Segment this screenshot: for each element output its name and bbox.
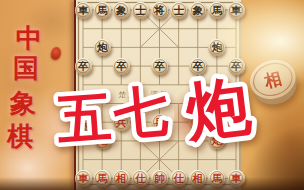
piece-char: 車 [75, 2, 92, 19]
piece-red-advisor[interactable]: 仕 [132, 170, 149, 187]
piece-black-cannon[interactable]: 炮 [208, 39, 225, 56]
banner-char-xiang: 象 [10, 86, 36, 121]
piece-black-soldier[interactable]: 卒 [113, 58, 130, 75]
piece-black-advisor[interactable]: 士 [132, 2, 149, 19]
river-label-left: 楚河 [119, 90, 138, 100]
piece-char: 卒 [189, 58, 206, 75]
piece-black-chariot[interactable]: 車 [228, 2, 245, 19]
piece-char: 馬 [208, 170, 225, 187]
piece-red-soldier[interactable]: 兵 [189, 114, 206, 131]
piece-black-soldier[interactable]: 卒 [151, 58, 168, 75]
piece-char: 卒 [228, 58, 245, 75]
piece-red-general[interactable]: 帥 [151, 170, 168, 187]
piece-char: 相 [189, 170, 206, 187]
piece-black-advisor[interactable]: 士 [170, 2, 187, 19]
banner-char-qi: 棋 [7, 119, 33, 154]
piece-char: 卒 [113, 58, 130, 75]
xiangqi-board[interactable]: 楚河 漢界 車馬象士将士象馬車炮炮卒卒卒卒卒兵兵兵兵兵炮炮車馬相仕帥仕相馬車 [74, 0, 241, 190]
piece-char: 仕 [170, 170, 187, 187]
piece-black-soldier[interactable]: 卒 [75, 58, 92, 75]
banner-char-guo: 国 [13, 51, 39, 86]
piece-char: 兵 [75, 114, 92, 131]
piece-red-elephant[interactable]: 相 [113, 170, 130, 187]
piece-red-soldier[interactable]: 兵 [113, 114, 130, 131]
piece-char: 士 [132, 2, 149, 19]
piece-char: 兵 [113, 114, 130, 131]
decor-side-piece-char: 相 [246, 55, 300, 104]
piece-char: 卒 [151, 58, 168, 75]
piece-char: 炮 [208, 132, 225, 149]
piece-red-horse[interactable]: 馬 [94, 170, 111, 187]
decor-side-piece: 相 [245, 54, 304, 113]
river-label-right: 漢界 [151, 90, 170, 100]
piece-char: 相 [113, 170, 130, 187]
piece-black-chariot[interactable]: 車 [75, 2, 92, 19]
piece-char: 卒 [75, 58, 92, 75]
piece-black-horse[interactable]: 馬 [94, 2, 111, 19]
piece-black-soldier[interactable]: 卒 [189, 58, 206, 75]
piece-red-soldier[interactable]: 兵 [228, 114, 245, 131]
piece-char: 兵 [151, 114, 168, 131]
piece-red-soldier[interactable]: 兵 [151, 114, 168, 131]
piece-black-cannon[interactable]: 炮 [94, 39, 111, 56]
piece-char: 帥 [151, 170, 168, 187]
piece-black-elephant[interactable]: 象 [189, 2, 206, 19]
piece-char: 車 [75, 170, 92, 187]
piece-char: 兵 [189, 114, 206, 131]
piece-char: 馬 [94, 2, 111, 19]
piece-red-advisor[interactable]: 仕 [170, 170, 187, 187]
piece-char: 仕 [132, 170, 149, 187]
piece-black-elephant[interactable]: 象 [113, 2, 130, 19]
piece-black-soldier[interactable]: 卒 [228, 58, 245, 75]
video-thumbnail: 楚河 漢界 車馬象士将士象馬車炮炮卒卒卒卒卒兵兵兵兵兵炮炮車馬相仕帥仕相馬車 相… [0, 0, 304, 190]
piece-red-cannon[interactable]: 炮 [94, 132, 111, 149]
piece-char: 象 [189, 2, 206, 19]
piece-red-horse[interactable]: 馬 [208, 170, 225, 187]
piece-black-general[interactable]: 将 [151, 2, 168, 19]
piece-red-soldier[interactable]: 兵 [75, 114, 92, 131]
piece-red-chariot[interactable]: 車 [228, 170, 245, 187]
piece-red-elephant[interactable]: 相 [189, 170, 206, 187]
decor-side-piece-face: 相 [245, 54, 300, 104]
piece-char: 象 [113, 2, 130, 19]
piece-char: 車 [228, 2, 245, 19]
piece-red-chariot[interactable]: 車 [75, 170, 92, 187]
piece-char: 士 [170, 2, 187, 19]
piece-char: 将 [151, 2, 168, 19]
piece-char: 兵 [228, 114, 245, 131]
piece-char: 車 [228, 170, 245, 187]
piece-char: 炮 [94, 39, 111, 56]
piece-char: 馬 [94, 170, 111, 187]
piece-red-cannon[interactable]: 炮 [208, 132, 225, 149]
piece-char: 炮 [208, 39, 225, 56]
piece-char: 馬 [208, 2, 225, 19]
piece-black-horse[interactable]: 馬 [208, 2, 225, 19]
piece-char: 炮 [94, 132, 111, 149]
